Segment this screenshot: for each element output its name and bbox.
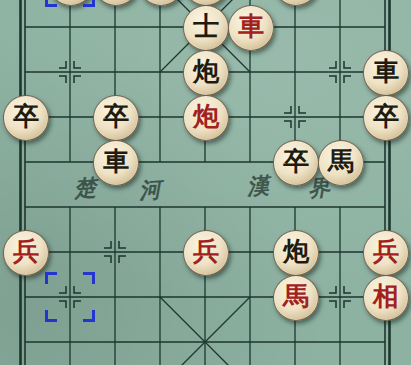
point-marker-cross bbox=[329, 76, 336, 83]
piece-glyph: 相 bbox=[373, 284, 399, 310]
piece-glyph: 車 bbox=[103, 149, 129, 175]
xiangqi-board[interactable]: 楚河漢界 車象士將象士車炮車卒卒炮卒車卒馬兵兵炮兵馬相 bbox=[0, 0, 411, 365]
piece-glyph: 卒 bbox=[103, 104, 129, 130]
piece-red-elephant[interactable]: 相 bbox=[363, 275, 409, 321]
piece-glyph: 卒 bbox=[13, 104, 39, 130]
point-marker-cross bbox=[59, 76, 66, 83]
point-marker-cross bbox=[329, 61, 336, 68]
piece-red-soldier[interactable]: 兵 bbox=[363, 230, 409, 276]
piece-glyph: 馬 bbox=[328, 149, 354, 175]
point-marker-cross bbox=[74, 76, 81, 83]
piece-red-soldier[interactable]: 兵 bbox=[3, 230, 49, 276]
piece-glyph: 卒 bbox=[283, 149, 309, 175]
river-label: 漢 bbox=[246, 171, 270, 202]
point-marker-cross bbox=[344, 61, 351, 68]
piece-glyph: 車 bbox=[373, 59, 399, 85]
river-label: 河 bbox=[138, 175, 162, 206]
piece-black-cannon[interactable]: 炮 bbox=[183, 50, 229, 96]
piece-glyph: 炮 bbox=[193, 59, 219, 85]
piece-glyph: 車 bbox=[238, 14, 264, 40]
piece-glyph: 炮 bbox=[193, 104, 219, 130]
piece-glyph: 馬 bbox=[283, 284, 309, 310]
point-marker-cross bbox=[119, 256, 126, 263]
piece-black-horse[interactable]: 馬 bbox=[318, 140, 364, 186]
piece-black-soldier[interactable]: 卒 bbox=[363, 95, 409, 141]
piece-black-chariot[interactable]: 車 bbox=[363, 50, 409, 96]
point-marker-cross bbox=[59, 301, 66, 308]
piece-red-cannon[interactable]: 炮 bbox=[183, 95, 229, 141]
piece-black-soldier[interactable]: 卒 bbox=[273, 140, 319, 186]
point-marker-cross bbox=[284, 106, 291, 113]
point-marker-cross bbox=[344, 301, 351, 308]
piece-black-soldier[interactable]: 卒 bbox=[3, 95, 49, 141]
piece-glyph: 卒 bbox=[373, 104, 399, 130]
point-marker-cross bbox=[104, 241, 111, 248]
point-marker-cross bbox=[74, 286, 81, 293]
point-marker-cross bbox=[59, 286, 66, 293]
piece-red-chariot[interactable]: 車 bbox=[228, 5, 274, 51]
piece-glyph: 士 bbox=[193, 14, 219, 40]
river-label: 楚 bbox=[73, 173, 97, 204]
point-marker-cross bbox=[284, 121, 291, 128]
point-marker-cross bbox=[329, 301, 336, 308]
piece-glyph: 兵 bbox=[193, 239, 219, 265]
point-marker-cross bbox=[299, 121, 306, 128]
point-marker-cross bbox=[74, 61, 81, 68]
piece-red-soldier[interactable]: 兵 bbox=[183, 230, 229, 276]
point-marker-cross bbox=[344, 76, 351, 83]
piece-black-soldier[interactable]: 卒 bbox=[93, 95, 139, 141]
point-marker-cross bbox=[119, 241, 126, 248]
point-marker-cross bbox=[104, 256, 111, 263]
piece-black-chariot[interactable]: 車 bbox=[93, 140, 139, 186]
piece-glyph: 兵 bbox=[13, 239, 39, 265]
point-marker-cross bbox=[329, 286, 336, 293]
piece-black-cannon[interactable]: 炮 bbox=[273, 230, 319, 276]
point-marker-cross bbox=[59, 61, 66, 68]
piece-red-horse[interactable]: 馬 bbox=[273, 275, 319, 321]
piece-glyph: 炮 bbox=[283, 239, 309, 265]
point-marker-cross bbox=[299, 106, 306, 113]
piece-glyph: 兵 bbox=[373, 239, 399, 265]
point-marker-cross bbox=[74, 301, 81, 308]
point-marker-cross bbox=[344, 286, 351, 293]
piece-black-advisor[interactable]: 士 bbox=[183, 5, 229, 51]
